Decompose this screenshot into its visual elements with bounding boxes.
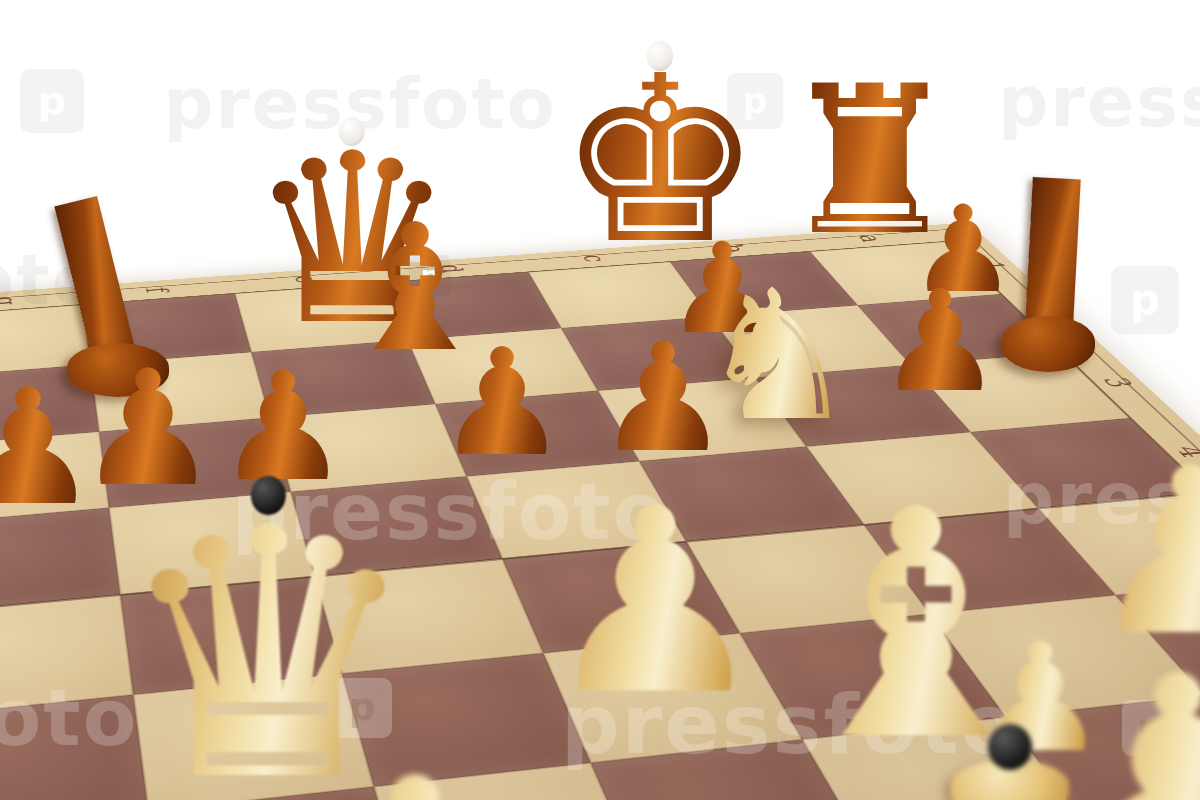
file-label-g: g bbox=[0, 296, 21, 307]
pawn-glyph: ♟ bbox=[541, 474, 770, 729]
knight-base bbox=[1001, 316, 1095, 372]
black-pawn-h4[interactable]: ♟ bbox=[0, 368, 100, 528]
watermark-camera-logo: p bbox=[20, 69, 84, 133]
pawn-glyph: ♟ bbox=[877, 272, 1003, 412]
pawn-glyph: ♟ bbox=[281, 740, 550, 800]
black-knight-standing[interactable] bbox=[996, 148, 1100, 372]
watermark-text: pressfoto bbox=[998, 61, 1200, 143]
pawn-glyph: ♟ bbox=[1044, 638, 1200, 800]
king-finial bbox=[988, 724, 1032, 770]
black-finial bbox=[250, 476, 285, 515]
black-pawn-c4[interactable]: ♟ bbox=[596, 323, 730, 473]
pawn-glyph: ♟ bbox=[596, 323, 730, 473]
black-pawn-b3[interactable]: ♟ bbox=[877, 272, 1003, 412]
pawn-glyph: ♟ bbox=[0, 368, 100, 528]
photo-scene: hgfedcba12345678 ppressfotoppressfotopre… bbox=[0, 0, 1200, 800]
white-pawn-b7[interactable]: ♟ bbox=[1044, 638, 1200, 800]
white-pawn-e7[interactable]: ♟ bbox=[281, 740, 550, 800]
white-finial bbox=[339, 117, 365, 146]
white-finial bbox=[647, 41, 673, 70]
watermark-camera-logo: p bbox=[1111, 266, 1179, 334]
white-pawn-d6[interactable]: ♟ bbox=[541, 474, 770, 729]
rank-label-3: 3 bbox=[1097, 376, 1138, 388]
